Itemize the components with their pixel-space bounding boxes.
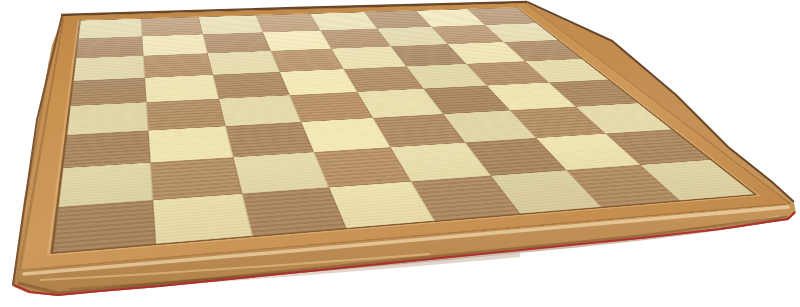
- square-c4[interactable]: [219, 95, 301, 126]
- square-c3[interactable]: [226, 122, 314, 157]
- square-c6[interactable]: [208, 51, 280, 75]
- square-d8[interactable]: [255, 14, 320, 32]
- square-d7[interactable]: [263, 30, 332, 51]
- square-a1[interactable]: [53, 200, 155, 252]
- square-a8[interactable]: [79, 19, 142, 39]
- square-b1[interactable]: [153, 193, 253, 243]
- square-b5[interactable]: [145, 75, 219, 103]
- square-b8[interactable]: [141, 17, 203, 36]
- square-a7[interactable]: [76, 36, 143, 58]
- square-a6[interactable]: [74, 56, 145, 81]
- square-b4[interactable]: [146, 99, 226, 131]
- square-c1[interactable]: [242, 187, 345, 236]
- square-c8[interactable]: [199, 15, 263, 34]
- square-b7[interactable]: [142, 34, 208, 56]
- square-c7[interactable]: [203, 32, 270, 53]
- square-a5[interactable]: [71, 78, 146, 106]
- square-b6[interactable]: [143, 53, 213, 77]
- square-c5[interactable]: [213, 72, 289, 99]
- square-a4[interactable]: [67, 102, 148, 135]
- photo-background: [0, 0, 800, 307]
